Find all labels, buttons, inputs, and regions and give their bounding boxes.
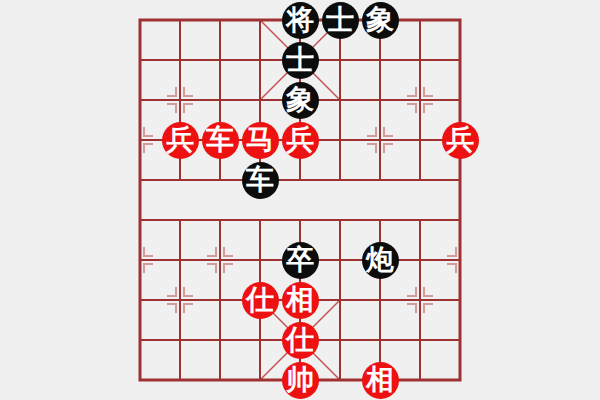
piece-red-chariot[interactable]: 车 <box>202 122 239 159</box>
xiangqi-board: 将士象士象车卒炮兵车马兵兵仕相仕帅相 <box>120 0 480 400</box>
piece-black-cannon[interactable]: 炮 <box>362 242 399 279</box>
piece-black-advisor-1[interactable]: 士 <box>322 2 359 39</box>
piece-black-chariot[interactable]: 车 <box>242 162 279 199</box>
piece-red-general[interactable]: 帅 <box>282 362 319 399</box>
piece-red-horse[interactable]: 马 <box>242 122 279 159</box>
piece-black-elephant-1[interactable]: 象 <box>362 2 399 39</box>
piece-black-general[interactable]: 将 <box>282 2 319 39</box>
piece-red-elephant-1[interactable]: 相 <box>282 282 319 319</box>
piece-red-soldier-1[interactable]: 兵 <box>162 122 199 159</box>
piece-black-elephant-2[interactable]: 象 <box>282 82 319 119</box>
xiangqi-screenshot: 将士象士象车卒炮兵车马兵兵仕相仕帅相 <box>0 0 600 400</box>
piece-black-soldier[interactable]: 卒 <box>282 242 319 279</box>
piece-red-advisor-2[interactable]: 仕 <box>282 322 319 359</box>
piece-red-advisor-1[interactable]: 仕 <box>242 282 279 319</box>
piece-red-elephant-2[interactable]: 相 <box>362 362 399 399</box>
piece-black-advisor-2[interactable]: 士 <box>282 42 319 79</box>
piece-red-soldier-2[interactable]: 兵 <box>282 122 319 159</box>
piece-red-soldier-3[interactable]: 兵 <box>442 122 479 159</box>
